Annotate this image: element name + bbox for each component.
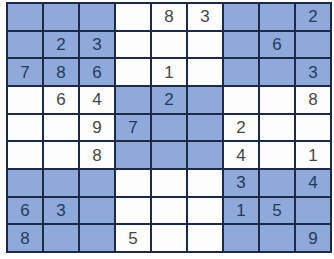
cell-r5c1[interactable]: [8, 115, 42, 141]
cell-r6c8[interactable]: [260, 142, 294, 168]
cell-r4c3[interactable]: 4: [80, 87, 114, 113]
cell-r8c5[interactable]: [152, 198, 186, 224]
cell-r1c7[interactable]: [224, 4, 258, 30]
cell-r3c9[interactable]: 3: [296, 59, 330, 85]
cell-r3c3[interactable]: 6: [80, 59, 114, 85]
cell-r9c7[interactable]: [224, 225, 258, 251]
sudoku-board: 832236786136428972841346315859: [6, 2, 332, 253]
cell-r8c2[interactable]: 3: [44, 198, 78, 224]
cell-r8c6[interactable]: [188, 198, 222, 224]
cell-r5c7[interactable]: 2: [224, 115, 258, 141]
cell-r1c8[interactable]: [260, 4, 294, 30]
cell-r6c7[interactable]: 4: [224, 142, 258, 168]
cell-r5c4[interactable]: 7: [116, 115, 150, 141]
cell-r4c5[interactable]: 2: [152, 87, 186, 113]
cell-r4c4[interactable]: [116, 87, 150, 113]
cell-r1c5[interactable]: 8: [152, 4, 186, 30]
cell-r2c8[interactable]: 6: [260, 32, 294, 58]
cell-r3c1[interactable]: 7: [8, 59, 42, 85]
cell-r6c5[interactable]: [152, 142, 186, 168]
cell-r3c6[interactable]: [188, 59, 222, 85]
cell-r9c3[interactable]: [80, 225, 114, 251]
cell-r7c3[interactable]: [80, 170, 114, 196]
cell-r6c2[interactable]: [44, 142, 78, 168]
cell-r2c1[interactable]: [8, 32, 42, 58]
cell-r4c7[interactable]: [224, 87, 258, 113]
cell-r7c2[interactable]: [44, 170, 78, 196]
cell-r7c1[interactable]: [8, 170, 42, 196]
cell-r9c1[interactable]: 8: [8, 225, 42, 251]
cell-r2c9[interactable]: [296, 32, 330, 58]
cell-r7c7[interactable]: 3: [224, 170, 258, 196]
cell-r3c4[interactable]: [116, 59, 150, 85]
cell-r1c9[interactable]: 2: [296, 4, 330, 30]
cell-r9c4[interactable]: 5: [116, 225, 150, 251]
cell-r9c9[interactable]: 9: [296, 225, 330, 251]
cell-r1c3[interactable]: [80, 4, 114, 30]
cell-r2c2[interactable]: 2: [44, 32, 78, 58]
cell-r4c6[interactable]: [188, 87, 222, 113]
cell-r5c9[interactable]: [296, 115, 330, 141]
cell-r6c9[interactable]: 1: [296, 142, 330, 168]
cell-r2c4[interactable]: [116, 32, 150, 58]
cell-r1c4[interactable]: [116, 4, 150, 30]
cell-r5c5[interactable]: [152, 115, 186, 141]
cell-r8c3[interactable]: [80, 198, 114, 224]
cell-r2c5[interactable]: [152, 32, 186, 58]
cell-r3c5[interactable]: 1: [152, 59, 186, 85]
cell-r5c8[interactable]: [260, 115, 294, 141]
cell-r5c2[interactable]: [44, 115, 78, 141]
cell-r7c5[interactable]: [152, 170, 186, 196]
cell-r7c8[interactable]: [260, 170, 294, 196]
sudoku-grid: 832236786136428972841346315859: [6, 2, 332, 253]
cell-r5c3[interactable]: 9: [80, 115, 114, 141]
cell-r7c4[interactable]: [116, 170, 150, 196]
cell-r9c6[interactable]: [188, 225, 222, 251]
cell-r5c6[interactable]: [188, 115, 222, 141]
cell-r2c3[interactable]: 3: [80, 32, 114, 58]
cell-r9c2[interactable]: [44, 225, 78, 251]
cell-r4c1[interactable]: [8, 87, 42, 113]
cell-r6c1[interactable]: [8, 142, 42, 168]
cell-r4c2[interactable]: 6: [44, 87, 78, 113]
cell-r6c3[interactable]: 8: [80, 142, 114, 168]
cell-r4c9[interactable]: 8: [296, 87, 330, 113]
cell-r7c6[interactable]: [188, 170, 222, 196]
cell-r2c7[interactable]: [224, 32, 258, 58]
cell-r3c7[interactable]: [224, 59, 258, 85]
cell-r8c4[interactable]: [116, 198, 150, 224]
cell-r1c6[interactable]: 3: [188, 4, 222, 30]
cell-r1c1[interactable]: [8, 4, 42, 30]
cell-r4c8[interactable]: [260, 87, 294, 113]
cell-r8c9[interactable]: [296, 198, 330, 224]
cell-r9c5[interactable]: [152, 225, 186, 251]
cell-r6c4[interactable]: [116, 142, 150, 168]
cell-r9c8[interactable]: [260, 225, 294, 251]
cell-r8c7[interactable]: 1: [224, 198, 258, 224]
cell-r1c2[interactable]: [44, 4, 78, 30]
cell-r2c6[interactable]: [188, 32, 222, 58]
cell-r8c8[interactable]: 5: [260, 198, 294, 224]
cell-r6c6[interactable]: [188, 142, 222, 168]
cell-r3c2[interactable]: 8: [44, 59, 78, 85]
cell-r7c9[interactable]: 4: [296, 170, 330, 196]
cell-r3c8[interactable]: [260, 59, 294, 85]
cell-r8c1[interactable]: 6: [8, 198, 42, 224]
